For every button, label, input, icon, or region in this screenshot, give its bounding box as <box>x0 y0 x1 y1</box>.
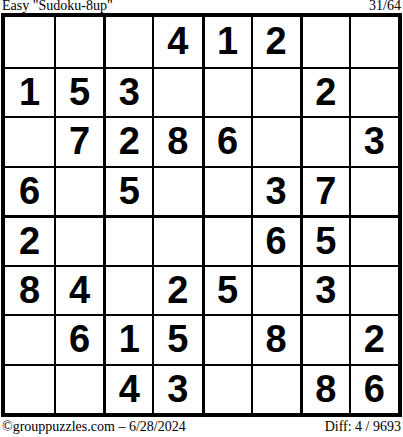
cell-r1c3-empty[interactable] <box>103 17 152 67</box>
cell-r1c8-empty[interactable] <box>349 17 398 67</box>
cell-r2c5-empty[interactable] <box>202 67 251 117</box>
cell-r8c3-given[interactable]: 4 <box>103 364 152 414</box>
cell-r7c5-empty[interactable] <box>202 314 251 364</box>
cell-r3c8-given[interactable]: 3 <box>349 116 398 166</box>
cell-r7c3-given[interactable]: 1 <box>103 314 152 364</box>
cell-r2c2-given[interactable]: 5 <box>54 67 103 117</box>
cell-r5c7-given[interactable]: 5 <box>300 215 349 265</box>
cell-r4c8-empty[interactable] <box>349 166 398 216</box>
cell-r7c7-empty[interactable] <box>300 314 349 364</box>
cell-r5c2-empty[interactable] <box>54 215 103 265</box>
cell-r1c1-empty[interactable] <box>5 17 54 67</box>
cell-r5c3-empty[interactable] <box>103 215 152 265</box>
cell-r8c4-given[interactable]: 3 <box>152 364 201 414</box>
cell-r5c1-given[interactable]: 2 <box>5 215 54 265</box>
cell-r4c6-given[interactable]: 3 <box>251 166 300 216</box>
cell-r7c1-empty[interactable] <box>5 314 54 364</box>
footer: ©grouppuzzles.com – 6/28/2024 Diff: 4 / … <box>2 420 401 434</box>
cell-r1c6-given[interactable]: 2 <box>251 17 300 67</box>
cell-r3c5-given[interactable]: 6 <box>202 116 251 166</box>
cell-r2c1-given[interactable]: 1 <box>5 67 54 117</box>
cell-r6c4-given[interactable]: 2 <box>152 265 201 315</box>
cell-r4c4-empty[interactable] <box>152 166 201 216</box>
difficulty-text: Diff: 4 / 9693 <box>325 420 401 434</box>
cell-r5c6-given[interactable]: 6 <box>251 215 300 265</box>
cell-r1c4-given[interactable]: 4 <box>152 17 201 67</box>
cell-r1c5-given[interactable]: 1 <box>202 17 251 67</box>
cell-r3c7-empty[interactable] <box>300 116 349 166</box>
copyright-text: ©grouppuzzles.com – 6/28/2024 <box>2 420 186 434</box>
cell-r4c7-given[interactable]: 7 <box>300 166 349 216</box>
cell-r8c2-empty[interactable] <box>54 364 103 414</box>
cell-r2c4-empty[interactable] <box>152 67 201 117</box>
cell-r4c3-given[interactable]: 5 <box>103 166 152 216</box>
cell-r7c8-given[interactable]: 2 <box>349 314 398 364</box>
cell-r8c5-empty[interactable] <box>202 364 251 414</box>
cell-r5c8-empty[interactable] <box>349 215 398 265</box>
cell-r8c7-given[interactable]: 8 <box>300 364 349 414</box>
cell-r4c1-given[interactable]: 6 <box>5 166 54 216</box>
cell-r6c2-given[interactable]: 4 <box>54 265 103 315</box>
cell-r8c8-given[interactable]: 6 <box>349 364 398 414</box>
cell-r2c3-given[interactable]: 3 <box>103 67 152 117</box>
cell-r4c2-empty[interactable] <box>54 166 103 216</box>
cell-r6c1-given[interactable]: 8 <box>5 265 54 315</box>
cell-r4c5-empty[interactable] <box>202 166 251 216</box>
sudoku-page: Easy "Sudoku-8up" 31/64 4121532728636537… <box>0 0 403 437</box>
cell-r8c1-empty[interactable] <box>5 364 54 414</box>
cell-r2c6-empty[interactable] <box>251 67 300 117</box>
cell-r6c8-empty[interactable] <box>349 265 398 315</box>
puzzle-title: Easy "Sudoku-8up" <box>2 0 113 13</box>
cell-r5c4-empty[interactable] <box>152 215 201 265</box>
cell-r7c2-given[interactable]: 6 <box>54 314 103 364</box>
cell-r2c8-empty[interactable] <box>349 67 398 117</box>
cell-r2c7-given[interactable]: 2 <box>300 67 349 117</box>
cell-r3c1-empty[interactable] <box>5 116 54 166</box>
cell-r3c2-given[interactable]: 7 <box>54 116 103 166</box>
cell-r7c6-given[interactable]: 8 <box>251 314 300 364</box>
cell-r6c6-empty[interactable] <box>251 265 300 315</box>
cell-r5c5-empty[interactable] <box>202 215 251 265</box>
cell-r3c3-given[interactable]: 2 <box>103 116 152 166</box>
cell-r6c7-given[interactable]: 3 <box>300 265 349 315</box>
cell-r8c6-empty[interactable] <box>251 364 300 414</box>
header: Easy "Sudoku-8up" 31/64 <box>2 0 401 13</box>
cell-r6c3-empty[interactable] <box>103 265 152 315</box>
cell-r3c4-given[interactable]: 8 <box>152 116 201 166</box>
cell-r1c2-empty[interactable] <box>54 17 103 67</box>
cell-r1c7-empty[interactable] <box>300 17 349 67</box>
sudoku-board: 412153272863653726584253615824386 <box>1 13 402 417</box>
puzzle-counter: 31/64 <box>369 0 401 13</box>
cell-r6c5-given[interactable]: 5 <box>202 265 251 315</box>
cell-r3c6-empty[interactable] <box>251 116 300 166</box>
cell-r7c4-given[interactable]: 5 <box>152 314 201 364</box>
